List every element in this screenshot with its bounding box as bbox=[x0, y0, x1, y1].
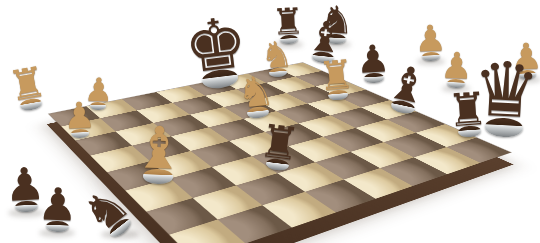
pieces-layer: ♜♞♟♝♞♟♟♚♟♜♜♟♝♞♜♛♟♜♝♟♟♞ bbox=[0, 0, 540, 243]
steel-wobble-base bbox=[143, 169, 173, 185]
piece-white-rook-f7[interactable]: ♜ bbox=[313, 54, 361, 102]
piece-white-pawn-a6[interactable]: ♟ bbox=[59, 97, 100, 138]
piece-white-bishop-c5[interactable]: ♝ bbox=[126, 119, 192, 185]
piece-black-bishop-g5[interactable]: ♝ bbox=[376, 57, 438, 119]
piece-white-rook-a8[interactable]: ♜ bbox=[1, 61, 54, 114]
steel-wobble-base bbox=[71, 128, 90, 138]
steel-wobble-base bbox=[327, 89, 348, 101]
piece-white-knight-e7[interactable]: ♞ bbox=[231, 70, 282, 121]
piece-black-rook-d5[interactable]: ♜ bbox=[251, 117, 307, 173]
piece-black-queen-h2[interactable]: ♛ bbox=[462, 51, 540, 139]
product-photo-stage: ♜♞♟♝♞♟♟♚♟♜♜♟♝♞♜♛♟♜♝♟♟♞ bbox=[0, 0, 540, 243]
